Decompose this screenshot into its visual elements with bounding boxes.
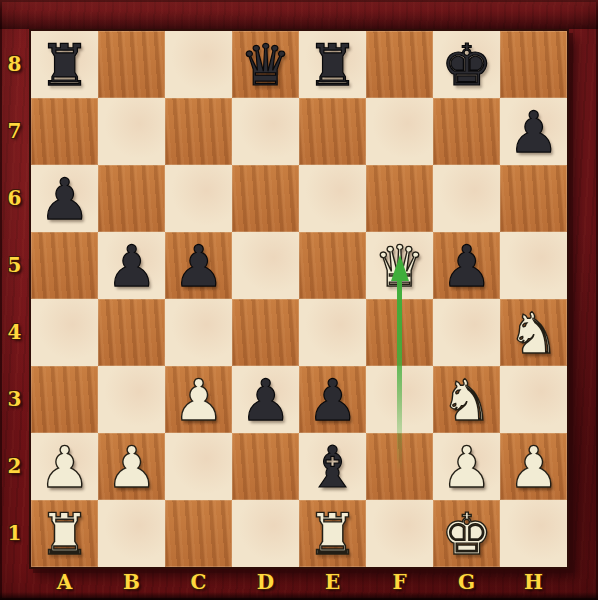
square-c6[interactable] xyxy=(165,165,232,232)
square-h6[interactable] xyxy=(500,165,567,232)
square-b5[interactable]: ♟ xyxy=(98,232,165,299)
piece-black-pawn-g5[interactable]: ♟ xyxy=(433,232,500,299)
square-d6[interactable] xyxy=(232,165,299,232)
square-b8[interactable] xyxy=(98,31,165,98)
square-c8[interactable] xyxy=(165,31,232,98)
square-h4[interactable]: ♞ xyxy=(500,299,567,366)
piece-white-rook-e1[interactable]: ♜ xyxy=(299,500,366,567)
rank-label-2: 2 xyxy=(0,433,29,500)
file-label-d: D xyxy=(232,569,299,600)
rank-labels: 87654321 xyxy=(0,31,29,567)
square-d4[interactable] xyxy=(232,299,299,366)
square-h7[interactable]: ♟ xyxy=(500,98,567,165)
piece-white-pawn-h2[interactable]: ♟ xyxy=(500,433,567,500)
square-a6[interactable]: ♟ xyxy=(31,165,98,232)
square-e4[interactable] xyxy=(299,299,366,366)
square-b4[interactable] xyxy=(98,299,165,366)
file-label-g: G xyxy=(433,569,500,600)
square-a1[interactable]: ♜ xyxy=(31,500,98,567)
piece-black-king-g8[interactable]: ♚ xyxy=(433,31,500,98)
square-g7[interactable] xyxy=(433,98,500,165)
piece-black-rook-a8[interactable]: ♜ xyxy=(31,31,98,98)
piece-black-bishop-e2[interactable]: ♝ xyxy=(299,433,366,500)
square-c1[interactable] xyxy=(165,500,232,567)
square-d3[interactable]: ♟ xyxy=(232,366,299,433)
piece-white-queen-f5[interactable]: ♛ xyxy=(366,232,433,299)
square-g8[interactable]: ♚ xyxy=(433,31,500,98)
square-g6[interactable] xyxy=(433,165,500,232)
square-h3[interactable] xyxy=(500,366,567,433)
square-b6[interactable] xyxy=(98,165,165,232)
square-f4[interactable] xyxy=(366,299,433,366)
square-e2[interactable]: ♝ xyxy=(299,433,366,500)
square-e3[interactable]: ♟ xyxy=(299,366,366,433)
square-f3[interactable] xyxy=(366,366,433,433)
chessboard-frame: 87654321 ♜♛♜♚♟♟♟♟♛♟♞♟♟♟♞♟♟♝♟♟♜♜♚ ABCDEFG… xyxy=(0,0,598,600)
square-a5[interactable] xyxy=(31,232,98,299)
square-f1[interactable] xyxy=(366,500,433,567)
piece-white-pawn-a2[interactable]: ♟ xyxy=(31,433,98,500)
square-a3[interactable] xyxy=(31,366,98,433)
piece-black-pawn-a6[interactable]: ♟ xyxy=(31,165,98,232)
square-e8[interactable]: ♜ xyxy=(299,31,366,98)
square-a4[interactable] xyxy=(31,299,98,366)
square-a7[interactable] xyxy=(31,98,98,165)
rank-label-1: 1 xyxy=(0,500,29,567)
square-f7[interactable] xyxy=(366,98,433,165)
square-e7[interactable] xyxy=(299,98,366,165)
piece-white-pawn-c3[interactable]: ♟ xyxy=(165,366,232,433)
square-h1[interactable] xyxy=(500,500,567,567)
square-g5[interactable]: ♟ xyxy=(433,232,500,299)
square-e5[interactable] xyxy=(299,232,366,299)
board: ♜♛♜♚♟♟♟♟♛♟♞♟♟♟♞♟♟♝♟♟♜♜♚ xyxy=(29,29,569,569)
square-d2[interactable] xyxy=(232,433,299,500)
square-f2[interactable] xyxy=(366,433,433,500)
square-b7[interactable] xyxy=(98,98,165,165)
square-a8[interactable]: ♜ xyxy=(31,31,98,98)
square-b3[interactable] xyxy=(98,366,165,433)
piece-white-knight-h4[interactable]: ♞ xyxy=(500,299,567,366)
square-d5[interactable] xyxy=(232,232,299,299)
file-label-b: B xyxy=(98,569,165,600)
square-h8[interactable] xyxy=(500,31,567,98)
square-g3[interactable]: ♞ xyxy=(433,366,500,433)
square-g4[interactable] xyxy=(433,299,500,366)
square-d7[interactable] xyxy=(232,98,299,165)
piece-black-pawn-e3[interactable]: ♟ xyxy=(299,366,366,433)
square-h2[interactable]: ♟ xyxy=(500,433,567,500)
square-c7[interactable] xyxy=(165,98,232,165)
square-g2[interactable]: ♟ xyxy=(433,433,500,500)
square-c4[interactable] xyxy=(165,299,232,366)
file-labels: ABCDEFGH xyxy=(31,569,567,600)
piece-black-pawn-h7[interactable]: ♟ xyxy=(500,98,567,165)
file-label-a: A xyxy=(31,569,98,600)
square-a2[interactable]: ♟ xyxy=(31,433,98,500)
piece-white-pawn-g2[interactable]: ♟ xyxy=(433,433,500,500)
piece-black-queen-d8[interactable]: ♛ xyxy=(232,31,299,98)
rank-label-8: 8 xyxy=(0,31,29,98)
square-e6[interactable] xyxy=(299,165,366,232)
file-label-e: E xyxy=(299,569,366,600)
square-f6[interactable] xyxy=(366,165,433,232)
piece-white-pawn-b2[interactable]: ♟ xyxy=(98,433,165,500)
rank-label-7: 7 xyxy=(0,98,29,165)
rank-label-3: 3 xyxy=(0,366,29,433)
file-label-h: H xyxy=(500,569,567,600)
square-b2[interactable]: ♟ xyxy=(98,433,165,500)
piece-black-pawn-b5[interactable]: ♟ xyxy=(98,232,165,299)
piece-black-rook-e8[interactable]: ♜ xyxy=(299,31,366,98)
square-b1[interactable] xyxy=(98,500,165,567)
square-c5[interactable]: ♟ xyxy=(165,232,232,299)
file-label-f: F xyxy=(366,569,433,600)
piece-white-rook-a1[interactable]: ♜ xyxy=(31,500,98,567)
square-c2[interactable] xyxy=(165,433,232,500)
rank-label-4: 4 xyxy=(0,299,29,366)
piece-white-knight-g3[interactable]: ♞ xyxy=(433,366,500,433)
piece-black-pawn-c5[interactable]: ♟ xyxy=(165,232,232,299)
file-label-c: C xyxy=(165,569,232,600)
piece-white-king-g1[interactable]: ♚ xyxy=(433,500,500,567)
square-d8[interactable]: ♛ xyxy=(232,31,299,98)
square-e1[interactable]: ♜ xyxy=(299,500,366,567)
square-f5[interactable]: ♛ xyxy=(366,232,433,299)
square-h5[interactable] xyxy=(500,232,567,299)
square-d1[interactable] xyxy=(232,500,299,567)
square-f8[interactable] xyxy=(366,31,433,98)
square-c3[interactable]: ♟ xyxy=(165,366,232,433)
piece-black-pawn-d3[interactable]: ♟ xyxy=(232,366,299,433)
rank-label-6: 6 xyxy=(0,165,29,232)
square-g1[interactable]: ♚ xyxy=(433,500,500,567)
rank-label-5: 5 xyxy=(0,232,29,299)
